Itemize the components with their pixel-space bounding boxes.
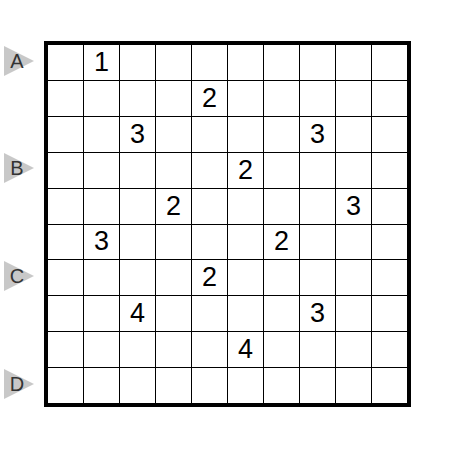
cell-r7c2[interactable] bbox=[84, 260, 119, 295]
cell-r8c2[interactable] bbox=[84, 296, 119, 331]
cell-r2c7[interactable] bbox=[264, 81, 299, 116]
cell-r8c4[interactable] bbox=[156, 296, 191, 331]
cell-r3c4[interactable] bbox=[156, 117, 191, 152]
cell-r10c3[interactable] bbox=[120, 368, 155, 403]
cell-r7c10[interactable] bbox=[372, 260, 407, 295]
cell-r10c2[interactable] bbox=[84, 368, 119, 403]
cell-r8c10[interactable] bbox=[372, 296, 407, 331]
cell-r3c3: 3 bbox=[120, 117, 155, 152]
cell-r3c2[interactable] bbox=[84, 117, 119, 152]
cell-r8c3: 4 bbox=[120, 296, 155, 331]
row-marker-label: B bbox=[7, 153, 27, 183]
cell-r2c8[interactable] bbox=[300, 81, 335, 116]
cell-r5c6[interactable] bbox=[228, 189, 263, 224]
cell-r1c1[interactable] bbox=[48, 45, 83, 80]
puzzle-grid: 1233223322434 bbox=[44, 41, 411, 407]
cell-r8c9[interactable] bbox=[336, 296, 371, 331]
cell-r10c10[interactable] bbox=[372, 368, 407, 403]
cell-r4c8[interactable] bbox=[300, 153, 335, 188]
cell-r5c9: 3 bbox=[336, 189, 371, 224]
cell-r7c6[interactable] bbox=[228, 260, 263, 295]
cell-r5c10[interactable] bbox=[372, 189, 407, 224]
cell-r3c7[interactable] bbox=[264, 117, 299, 152]
cell-r8c8: 3 bbox=[300, 296, 335, 331]
cell-r1c4[interactable] bbox=[156, 45, 191, 80]
cell-r3c9[interactable] bbox=[336, 117, 371, 152]
cell-r5c8[interactable] bbox=[300, 189, 335, 224]
cell-r9c7[interactable] bbox=[264, 332, 299, 367]
cell-r3c10[interactable] bbox=[372, 117, 407, 152]
cell-r8c1[interactable] bbox=[48, 296, 83, 331]
cell-r7c3[interactable] bbox=[120, 260, 155, 295]
cell-r2c1[interactable] bbox=[48, 81, 83, 116]
cell-r9c1[interactable] bbox=[48, 332, 83, 367]
cell-r9c4[interactable] bbox=[156, 332, 191, 367]
cell-r4c9[interactable] bbox=[336, 153, 371, 188]
cell-r1c5[interactable] bbox=[192, 45, 227, 80]
cell-r4c5[interactable] bbox=[192, 153, 227, 188]
cell-r1c8[interactable] bbox=[300, 45, 335, 80]
cell-r6c1[interactable] bbox=[48, 225, 83, 260]
cell-r9c3[interactable] bbox=[120, 332, 155, 367]
cell-r6c7: 2 bbox=[264, 225, 299, 260]
row-marker-label: C bbox=[7, 261, 27, 291]
cell-r6c8[interactable] bbox=[300, 225, 335, 260]
cell-r9c10[interactable] bbox=[372, 332, 407, 367]
cell-r8c5[interactable] bbox=[192, 296, 227, 331]
cell-r3c5[interactable] bbox=[192, 117, 227, 152]
cell-r4c1[interactable] bbox=[48, 153, 83, 188]
cell-r7c5: 2 bbox=[192, 260, 227, 295]
cell-r5c5[interactable] bbox=[192, 189, 227, 224]
cell-r9c8[interactable] bbox=[300, 332, 335, 367]
cell-r10c1[interactable] bbox=[48, 368, 83, 403]
cell-r2c9[interactable] bbox=[336, 81, 371, 116]
cell-r3c8: 3 bbox=[300, 117, 335, 152]
cell-r10c6[interactable] bbox=[228, 368, 263, 403]
cell-r9c9[interactable] bbox=[336, 332, 371, 367]
cell-r1c7[interactable] bbox=[264, 45, 299, 80]
cell-r1c10[interactable] bbox=[372, 45, 407, 80]
row-marker-a: A bbox=[4, 46, 34, 76]
cell-r5c2[interactable] bbox=[84, 189, 119, 224]
cell-r7c4[interactable] bbox=[156, 260, 191, 295]
cell-r1c6[interactable] bbox=[228, 45, 263, 80]
cell-r6c2: 3 bbox=[84, 225, 119, 260]
cell-r2c10[interactable] bbox=[372, 81, 407, 116]
row-marker-label: D bbox=[7, 369, 27, 399]
cell-r4c6: 2 bbox=[228, 153, 263, 188]
cell-r10c9[interactable] bbox=[336, 368, 371, 403]
cell-r7c8[interactable] bbox=[300, 260, 335, 295]
cell-r4c4[interactable] bbox=[156, 153, 191, 188]
cell-r5c7[interactable] bbox=[264, 189, 299, 224]
row-marker-label: A bbox=[7, 46, 27, 76]
cell-r9c2[interactable] bbox=[84, 332, 119, 367]
cell-r5c4: 2 bbox=[156, 189, 191, 224]
cell-r6c3[interactable] bbox=[120, 225, 155, 260]
cell-r6c9[interactable] bbox=[336, 225, 371, 260]
cell-r7c9[interactable] bbox=[336, 260, 371, 295]
cell-r1c3[interactable] bbox=[120, 45, 155, 80]
cell-r9c6: 4 bbox=[228, 332, 263, 367]
row-marker-b: B bbox=[4, 153, 34, 183]
cell-r10c4[interactable] bbox=[156, 368, 191, 403]
cell-r10c5[interactable] bbox=[192, 368, 227, 403]
cell-r10c8[interactable] bbox=[300, 368, 335, 403]
cell-r2c2[interactable] bbox=[84, 81, 119, 116]
cell-r6c10[interactable] bbox=[372, 225, 407, 260]
cell-r5c3[interactable] bbox=[120, 189, 155, 224]
row-marker-c: C bbox=[4, 261, 34, 291]
cell-r2c4[interactable] bbox=[156, 81, 191, 116]
cell-r7c7[interactable] bbox=[264, 260, 299, 295]
cell-r6c5[interactable] bbox=[192, 225, 227, 260]
cell-r1c2: 1 bbox=[84, 45, 119, 80]
cell-r6c6[interactable] bbox=[228, 225, 263, 260]
cell-r9c5[interactable] bbox=[192, 332, 227, 367]
cell-r5c1[interactable] bbox=[48, 189, 83, 224]
cell-r6c4[interactable] bbox=[156, 225, 191, 260]
row-marker-d: D bbox=[4, 369, 34, 399]
cell-r8c7[interactable] bbox=[264, 296, 299, 331]
cell-r4c3[interactable] bbox=[120, 153, 155, 188]
cell-r4c10[interactable] bbox=[372, 153, 407, 188]
cell-r4c7[interactable] bbox=[264, 153, 299, 188]
cell-r1c9[interactable] bbox=[336, 45, 371, 80]
cell-r2c6[interactable] bbox=[228, 81, 263, 116]
cell-r10c7[interactable] bbox=[264, 368, 299, 403]
cell-r7c1[interactable] bbox=[48, 260, 83, 295]
puzzle-page: 1233223322434 A B C D bbox=[0, 0, 453, 451]
cell-r8c6[interactable] bbox=[228, 296, 263, 331]
cell-r3c6[interactable] bbox=[228, 117, 263, 152]
cell-r4c2[interactable] bbox=[84, 153, 119, 188]
cell-r3c1[interactable] bbox=[48, 117, 83, 152]
cell-r2c5: 2 bbox=[192, 81, 227, 116]
cell-r2c3[interactable] bbox=[120, 81, 155, 116]
